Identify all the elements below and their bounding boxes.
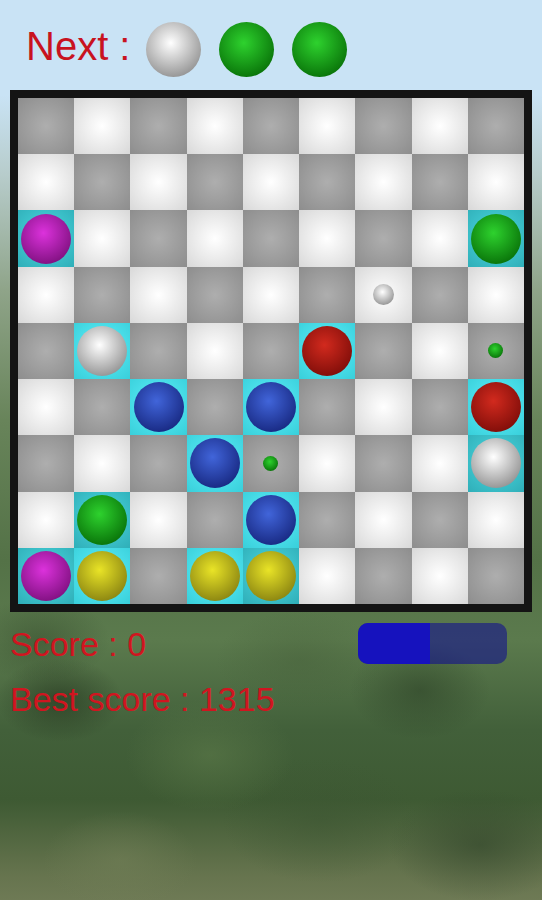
board-cell-r8c0[interactable] [18, 548, 74, 604]
ball-small-green [263, 456, 278, 471]
board-cell-r3c2[interactable] [130, 267, 186, 323]
ball-red[interactable] [471, 382, 521, 432]
board-cell-r0c1[interactable] [74, 98, 130, 154]
board-cell-r8c8[interactable] [468, 548, 524, 604]
board-cell-r7c5[interactable] [299, 492, 355, 548]
board-cell-r2c4[interactable] [243, 210, 299, 266]
board-cell-r5c2[interactable] [130, 379, 186, 435]
board-cell-r7c6[interactable] [355, 492, 411, 548]
ball-green[interactable] [471, 214, 521, 264]
board-cell-r6c2[interactable] [130, 435, 186, 491]
board-cell-r3c3[interactable] [187, 267, 243, 323]
board-cell-r8c5[interactable] [299, 548, 355, 604]
ball-blue[interactable] [246, 382, 296, 432]
next-panel: Next : [0, 0, 542, 90]
board-cell-r1c1[interactable] [74, 154, 130, 210]
next-ball-1-silver [146, 22, 201, 77]
ball-small-green [488, 343, 503, 358]
board-cell-r6c5[interactable] [299, 435, 355, 491]
board-cell-r3c4[interactable] [243, 267, 299, 323]
board-cell-r3c1[interactable] [74, 267, 130, 323]
board-cell-r4c2[interactable] [130, 323, 186, 379]
board-cell-r7c3[interactable] [187, 492, 243, 548]
ball-yellow[interactable] [246, 551, 296, 601]
board-cell-r8c7[interactable] [412, 548, 468, 604]
best-score-text: Best score : 1315 [10, 680, 275, 719]
board-cell-r2c8[interactable] [468, 210, 524, 266]
ball-small-silver [373, 284, 394, 305]
board-cell-r7c4[interactable] [243, 492, 299, 548]
board-cell-r2c7[interactable] [412, 210, 468, 266]
board-cell-r3c7[interactable] [412, 267, 468, 323]
board-cell-r1c0[interactable] [18, 154, 74, 210]
board-cell-r2c6[interactable] [355, 210, 411, 266]
board-cell-r2c0[interactable] [18, 210, 74, 266]
board-cell-r6c0[interactable] [18, 435, 74, 491]
ball-magenta[interactable] [21, 551, 71, 601]
board-cell-r2c3[interactable] [187, 210, 243, 266]
board-cell-r0c2[interactable] [130, 98, 186, 154]
board-cell-r0c5[interactable] [299, 98, 355, 154]
board-cell-r0c8[interactable] [468, 98, 524, 154]
ball-silver[interactable] [471, 438, 521, 488]
board-cell-r6c4[interactable] [243, 435, 299, 491]
ball-blue[interactable] [134, 382, 184, 432]
score-text: Score : 0 [10, 625, 146, 664]
board-cell-r2c5[interactable] [299, 210, 355, 266]
board-cell-r7c0[interactable] [18, 492, 74, 548]
board-cell-r1c2[interactable] [130, 154, 186, 210]
board-cell-r6c3[interactable] [187, 435, 243, 491]
progress-bar-fill [358, 623, 430, 664]
ball-silver[interactable] [77, 326, 127, 376]
ball-magenta[interactable] [21, 214, 71, 264]
board-cell-r5c3[interactable] [187, 379, 243, 435]
board-cell-r8c4[interactable] [243, 548, 299, 604]
board-cell-r0c6[interactable] [355, 98, 411, 154]
board-cell-r4c4[interactable] [243, 323, 299, 379]
board-cell-r5c4[interactable] [243, 379, 299, 435]
board-cell-r5c0[interactable] [18, 379, 74, 435]
ball-yellow[interactable] [77, 551, 127, 601]
board-cell-r7c7[interactable] [412, 492, 468, 548]
board-cell-r5c6[interactable] [355, 379, 411, 435]
board-cell-r3c0[interactable] [18, 267, 74, 323]
board[interactable] [10, 90, 532, 612]
board-cell-r1c5[interactable] [299, 154, 355, 210]
board-cell-r4c7[interactable] [412, 323, 468, 379]
board-cell-r3c8[interactable] [468, 267, 524, 323]
board-cell-r3c5[interactable] [299, 267, 355, 323]
board-cell-r7c2[interactable] [130, 492, 186, 548]
ball-green[interactable] [77, 495, 127, 545]
board-cell-r6c6[interactable] [355, 435, 411, 491]
next-balls [146, 22, 347, 77]
board-cell-r6c1[interactable] [74, 435, 130, 491]
board-cell-r8c6[interactable] [355, 548, 411, 604]
ball-yellow[interactable] [190, 551, 240, 601]
progress-bar [358, 623, 507, 664]
board-cell-r0c3[interactable] [187, 98, 243, 154]
board-cell-r8c2[interactable] [130, 548, 186, 604]
next-ball-3-green [292, 22, 347, 77]
board-cell-r6c7[interactable] [412, 435, 468, 491]
board-cell-r8c1[interactable] [74, 548, 130, 604]
board-cell-r0c7[interactable] [412, 98, 468, 154]
board-cell-r0c0[interactable] [18, 98, 74, 154]
board-cell-r4c6[interactable] [355, 323, 411, 379]
board-cell-r1c4[interactable] [243, 154, 299, 210]
next-ball-2-green [219, 22, 274, 77]
ball-blue[interactable] [246, 495, 296, 545]
board-cell-r1c3[interactable] [187, 154, 243, 210]
board-cell-r5c8[interactable] [468, 379, 524, 435]
board-cell-r5c5[interactable] [299, 379, 355, 435]
board-cell-r1c8[interactable] [468, 154, 524, 210]
board-cell-r3c6[interactable] [355, 267, 411, 323]
ball-red[interactable] [302, 326, 352, 376]
board-cell-r0c4[interactable] [243, 98, 299, 154]
board-cell-r2c1[interactable] [74, 210, 130, 266]
board-cell-r6c8[interactable] [468, 435, 524, 491]
board-cell-r4c5[interactable] [299, 323, 355, 379]
next-label: Next : [26, 24, 130, 69]
board-cell-r7c8[interactable] [468, 492, 524, 548]
board-cell-r1c6[interactable] [355, 154, 411, 210]
board-cell-r5c1[interactable] [74, 379, 130, 435]
board-cell-r2c2[interactable] [130, 210, 186, 266]
board-cell-r4c3[interactable] [187, 323, 243, 379]
board-cell-r1c7[interactable] [412, 154, 468, 210]
ball-blue[interactable] [190, 438, 240, 488]
board-cell-r4c8[interactable] [468, 323, 524, 379]
board-cell-r8c3[interactable] [187, 548, 243, 604]
board-cell-r4c1[interactable] [74, 323, 130, 379]
board-cell-r7c1[interactable] [74, 492, 130, 548]
board-cell-r4c0[interactable] [18, 323, 74, 379]
board-cell-r5c7[interactable] [412, 379, 468, 435]
